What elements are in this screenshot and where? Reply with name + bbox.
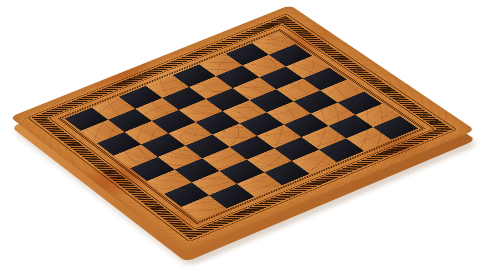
photo-background [0,0,480,274]
chessboard [10,5,475,252]
